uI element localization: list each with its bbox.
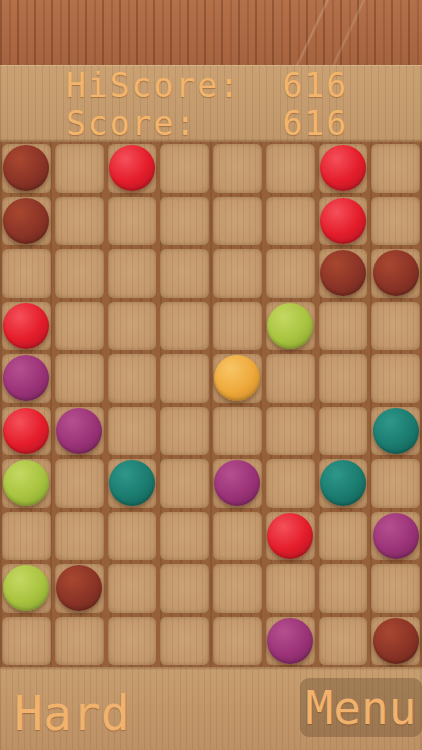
maroon-ball[interactable] <box>3 145 49 191</box>
board-cell[interactable] <box>213 249 262 298</box>
hiscore-row: HiScore: 616 <box>0 67 422 105</box>
board-cell[interactable] <box>2 197 51 246</box>
board-cell[interactable] <box>55 459 104 508</box>
board-cell[interactable] <box>108 144 157 193</box>
board-cell[interactable] <box>108 512 157 561</box>
board-cell[interactable] <box>319 197 368 246</box>
board-cell[interactable] <box>2 617 51 666</box>
lime-ball[interactable] <box>3 460 49 506</box>
teal-ball[interactable] <box>373 408 419 454</box>
board-cell[interactable] <box>160 354 209 403</box>
red-ball[interactable] <box>320 198 366 244</box>
score-value: 616 <box>282 105 348 143</box>
board-cell[interactable] <box>371 564 420 613</box>
board-cell[interactable] <box>108 407 157 456</box>
board-cell[interactable] <box>319 249 368 298</box>
board-cell[interactable] <box>266 564 315 613</box>
purple-ball[interactable] <box>3 355 49 401</box>
board-cell[interactable] <box>108 564 157 613</box>
board-cell[interactable] <box>266 302 315 351</box>
maroon-ball[interactable] <box>373 250 419 296</box>
board-cell[interactable] <box>213 459 262 508</box>
board-cell[interactable] <box>319 354 368 403</box>
board-cell[interactable] <box>108 249 157 298</box>
board-cell[interactable] <box>319 512 368 561</box>
board-cell[interactable] <box>213 407 262 456</box>
menu-button[interactable]: Menu <box>300 678 422 737</box>
board-cell[interactable] <box>213 354 262 403</box>
board-cell[interactable] <box>319 617 368 666</box>
board-cell[interactable] <box>160 617 209 666</box>
score-row: Score: 616 <box>0 105 422 143</box>
board-cell[interactable] <box>319 144 368 193</box>
board-cell[interactable] <box>266 459 315 508</box>
lime-ball[interactable] <box>3 565 49 611</box>
board-cell[interactable] <box>2 459 51 508</box>
board-cell[interactable] <box>2 564 51 613</box>
board-cell[interactable] <box>108 197 157 246</box>
lime-ball[interactable] <box>267 303 313 349</box>
maroon-ball[interactable] <box>320 250 366 296</box>
bottom-bar: Hard Menu <box>0 667 422 750</box>
purple-ball[interactable] <box>56 408 102 454</box>
board-cell[interactable] <box>2 144 51 193</box>
board-cell[interactable] <box>55 144 104 193</box>
board-cell[interactable] <box>108 459 157 508</box>
board-cell[interactable] <box>108 302 157 351</box>
board-cell[interactable] <box>160 407 209 456</box>
board-cell[interactable] <box>55 354 104 403</box>
teal-ball[interactable] <box>109 460 155 506</box>
board-cell[interactable] <box>160 144 209 193</box>
board-cell[interactable] <box>371 617 420 666</box>
board-cell[interactable] <box>371 354 420 403</box>
board-cell[interactable] <box>2 354 51 403</box>
board-cell[interactable] <box>55 249 104 298</box>
red-ball[interactable] <box>109 145 155 191</box>
top-wood-panel <box>0 0 422 65</box>
board-cell[interactable] <box>371 144 420 193</box>
board-cell[interactable] <box>213 144 262 193</box>
board-cell[interactable] <box>371 459 420 508</box>
red-ball[interactable] <box>3 408 49 454</box>
board-cell[interactable] <box>55 564 104 613</box>
hiscore-value: 616 <box>282 67 348 105</box>
board-cell[interactable] <box>2 407 51 456</box>
red-ball[interactable] <box>3 303 49 349</box>
game-screen: HiScore: 616 Score: 616 Hard Menu <box>0 0 422 750</box>
board-cell[interactable] <box>371 249 420 298</box>
board-cell[interactable] <box>319 564 368 613</box>
teal-ball[interactable] <box>320 460 366 506</box>
board-cell[interactable] <box>160 564 209 613</box>
board-cell[interactable] <box>266 197 315 246</box>
board-cell[interactable] <box>213 617 262 666</box>
score-label: Score: <box>66 105 197 143</box>
maroon-ball[interactable] <box>56 565 102 611</box>
board-cell[interactable] <box>266 144 315 193</box>
purple-ball[interactable] <box>214 460 260 506</box>
board-cell[interactable] <box>213 512 262 561</box>
purple-ball[interactable] <box>267 618 313 664</box>
board-cell[interactable] <box>160 459 209 508</box>
game-board <box>0 142 422 667</box>
board-cell[interactable] <box>371 512 420 561</box>
red-ball[interactable] <box>320 145 366 191</box>
board-cell[interactable] <box>319 302 368 351</box>
board-cell[interactable] <box>160 249 209 298</box>
maroon-ball[interactable] <box>3 198 49 244</box>
board-cell[interactable] <box>371 407 420 456</box>
maroon-ball[interactable] <box>373 618 419 664</box>
board-cell[interactable] <box>213 564 262 613</box>
board-cell[interactable] <box>55 407 104 456</box>
board-cell[interactable] <box>213 197 262 246</box>
board-cell[interactable] <box>160 197 209 246</box>
board-cell[interactable] <box>2 512 51 561</box>
board-cell[interactable] <box>108 617 157 666</box>
board-cell[interactable] <box>160 302 209 351</box>
hiscore-label: HiScore: <box>66 67 241 105</box>
board-cell[interactable] <box>371 302 420 351</box>
difficulty-button[interactable]: Hard <box>14 689 130 737</box>
board-cell[interactable] <box>2 249 51 298</box>
board-cell[interactable] <box>55 302 104 351</box>
board-cell[interactable] <box>55 512 104 561</box>
score-panel: HiScore: 616 Score: 616 <box>0 65 422 142</box>
board-cell[interactable] <box>266 354 315 403</box>
board-cell[interactable] <box>266 407 315 456</box>
board-cell[interactable] <box>319 407 368 456</box>
board-cell[interactable] <box>55 617 104 666</box>
menu-button-label: Menu <box>306 685 417 731</box>
board-cell[interactable] <box>266 249 315 298</box>
board-cell[interactable] <box>319 459 368 508</box>
board-cell[interactable] <box>213 302 262 351</box>
board-cell[interactable] <box>266 617 315 666</box>
orange-ball[interactable] <box>214 355 260 401</box>
board-cell[interactable] <box>160 512 209 561</box>
board-cell[interactable] <box>2 302 51 351</box>
board-cell[interactable] <box>108 354 157 403</box>
purple-ball[interactable] <box>373 513 419 559</box>
board-cell[interactable] <box>266 512 315 561</box>
red-ball[interactable] <box>267 513 313 559</box>
board-cell[interactable] <box>371 197 420 246</box>
board-cell[interactable] <box>55 197 104 246</box>
